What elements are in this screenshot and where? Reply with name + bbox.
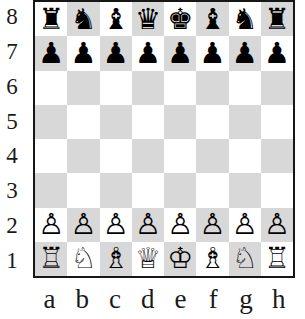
square-e3[interactable] xyxy=(164,173,196,207)
square-g1[interactable]: ♘ xyxy=(229,242,261,276)
square-a2[interactable]: ♙ xyxy=(35,208,67,242)
file-label-f: f xyxy=(197,278,230,319)
square-d5[interactable] xyxy=(132,105,164,139)
square-b4[interactable] xyxy=(67,139,99,173)
square-c2[interactable]: ♙ xyxy=(100,208,132,242)
file-label-a: a xyxy=(33,278,66,319)
square-f3[interactable] xyxy=(196,173,228,207)
square-e2[interactable]: ♙ xyxy=(164,208,196,242)
square-c7[interactable]: ♟ xyxy=(100,36,132,70)
rank-label-4: 4 xyxy=(0,139,32,174)
rank-label-8: 8 xyxy=(0,0,32,35)
square-c4[interactable] xyxy=(100,139,132,173)
square-d3[interactable] xyxy=(132,173,164,207)
square-h3[interactable] xyxy=(261,173,293,207)
rank-label-1: 1 xyxy=(0,243,32,278)
square-g4[interactable] xyxy=(229,139,261,173)
square-d4[interactable] xyxy=(132,139,164,173)
square-a7[interactable]: ♟ xyxy=(35,36,67,70)
square-e5[interactable] xyxy=(164,105,196,139)
square-d6[interactable] xyxy=(132,71,164,105)
square-f2[interactable]: ♙ xyxy=(196,208,228,242)
square-d7[interactable]: ♟ xyxy=(132,36,164,70)
square-b2[interactable]: ♙ xyxy=(67,208,99,242)
rank-label-5: 5 xyxy=(0,104,32,139)
square-b8[interactable]: ♞ xyxy=(67,2,99,36)
square-g5[interactable] xyxy=(229,105,261,139)
rank-labels: 8 7 6 5 4 3 2 1 xyxy=(0,0,32,278)
file-label-e: e xyxy=(164,278,197,319)
square-c1[interactable]: ♗ xyxy=(100,242,132,276)
rank-label-6: 6 xyxy=(0,70,32,105)
chess-diagram: 8 7 6 5 4 3 2 1 ♜♞♝♛♚♝♞♜♟♟♟♟♟♟♟♟♙♙♙♙♙♙♙♙… xyxy=(0,0,305,319)
square-b1[interactable]: ♘ xyxy=(67,242,99,276)
square-g8[interactable]: ♞ xyxy=(229,2,261,36)
file-label-b: b xyxy=(66,278,99,319)
square-f1[interactable]: ♗ xyxy=(196,242,228,276)
square-c6[interactable] xyxy=(100,71,132,105)
square-g2[interactable]: ♙ xyxy=(229,208,261,242)
square-d1[interactable]: ♕ xyxy=(132,242,164,276)
square-b6[interactable] xyxy=(67,71,99,105)
square-g7[interactable]: ♟ xyxy=(229,36,261,70)
file-label-d: d xyxy=(131,278,164,319)
square-e8[interactable]: ♚ xyxy=(164,2,196,36)
square-f4[interactable] xyxy=(196,139,228,173)
file-label-g: g xyxy=(230,278,263,319)
square-h5[interactable] xyxy=(261,105,293,139)
square-f8[interactable]: ♝ xyxy=(196,2,228,36)
square-h2[interactable]: ♙ xyxy=(261,208,293,242)
square-e4[interactable] xyxy=(164,139,196,173)
rank-label-2: 2 xyxy=(0,209,32,244)
square-c3[interactable] xyxy=(100,173,132,207)
square-b5[interactable] xyxy=(67,105,99,139)
square-a4[interactable] xyxy=(35,139,67,173)
file-labels: a b c d e f g h xyxy=(33,278,295,319)
square-e6[interactable] xyxy=(164,71,196,105)
square-h7[interactable]: ♟ xyxy=(261,36,293,70)
square-a1[interactable]: ♖ xyxy=(35,242,67,276)
square-e1[interactable]: ♔ xyxy=(164,242,196,276)
square-f6[interactable] xyxy=(196,71,228,105)
square-h6[interactable] xyxy=(261,71,293,105)
square-h1[interactable]: ♖ xyxy=(261,242,293,276)
square-b3[interactable] xyxy=(67,173,99,207)
square-a5[interactable] xyxy=(35,105,67,139)
square-g6[interactable] xyxy=(229,71,261,105)
square-g3[interactable] xyxy=(229,173,261,207)
square-e7[interactable]: ♟ xyxy=(164,36,196,70)
square-c5[interactable] xyxy=(100,105,132,139)
square-d8[interactable]: ♛ xyxy=(132,2,164,36)
square-a6[interactable] xyxy=(35,71,67,105)
square-c8[interactable]: ♝ xyxy=(100,2,132,36)
rank-label-7: 7 xyxy=(0,35,32,70)
square-b7[interactable]: ♟ xyxy=(67,36,99,70)
square-f5[interactable] xyxy=(196,105,228,139)
chess-board: ♜♞♝♛♚♝♞♜♟♟♟♟♟♟♟♟♙♙♙♙♙♙♙♙♖♘♗♕♔♗♘♖ xyxy=(33,0,295,278)
square-a8[interactable]: ♜ xyxy=(35,2,67,36)
square-a3[interactable] xyxy=(35,173,67,207)
file-label-h: h xyxy=(262,278,295,319)
square-h4[interactable] xyxy=(261,139,293,173)
square-d2[interactable]: ♙ xyxy=(132,208,164,242)
square-h8[interactable]: ♜ xyxy=(261,2,293,36)
file-label-c: c xyxy=(99,278,132,319)
square-f7[interactable]: ♟ xyxy=(196,36,228,70)
rank-label-3: 3 xyxy=(0,174,32,209)
